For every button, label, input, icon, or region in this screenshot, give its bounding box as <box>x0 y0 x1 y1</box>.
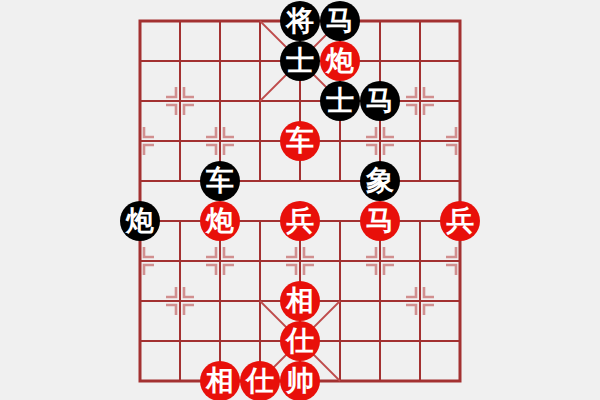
black-elephant[interactable]: 象 <box>360 161 400 201</box>
black-cannon[interactable]: 炮 <box>120 201 160 241</box>
red-general[interactable]: 帅 <box>280 361 320 400</box>
black-general[interactable]: 将 <box>280 1 320 41</box>
red-advisor[interactable]: 仕 <box>280 321 320 361</box>
black-advisor[interactable]: 士 <box>320 81 360 121</box>
screen: 将马士炮士马车车象炮炮兵马兵相仕相仕帅 <box>0 0 600 400</box>
black-chariot[interactable]: 车 <box>200 161 240 201</box>
red-cannon[interactable]: 炮 <box>200 201 240 241</box>
black-horse[interactable]: 马 <box>320 1 360 41</box>
red-elephant[interactable]: 相 <box>200 361 240 400</box>
red-soldier[interactable]: 兵 <box>280 201 320 241</box>
black-horse[interactable]: 马 <box>360 81 400 121</box>
red-soldier[interactable]: 兵 <box>440 201 480 241</box>
red-cannon[interactable]: 炮 <box>320 41 360 81</box>
red-chariot[interactable]: 车 <box>280 121 320 161</box>
red-elephant[interactable]: 相 <box>280 281 320 321</box>
xiangqi-board[interactable]: 将马士炮士马车车象炮炮兵马兵相仕相仕帅 <box>0 0 600 400</box>
red-horse[interactable]: 马 <box>360 201 400 241</box>
black-advisor[interactable]: 士 <box>280 41 320 81</box>
red-advisor[interactable]: 仕 <box>240 361 280 400</box>
